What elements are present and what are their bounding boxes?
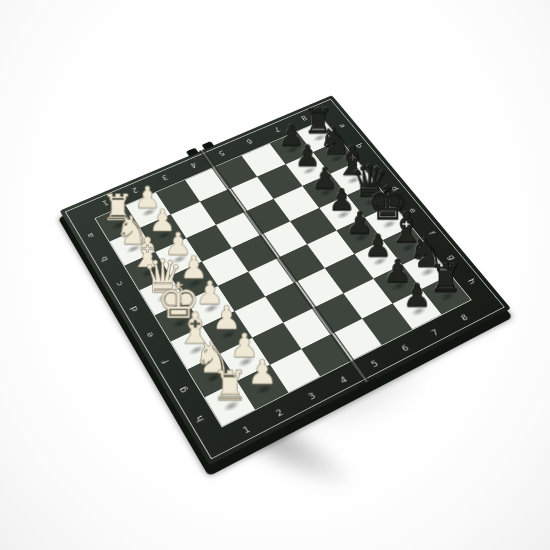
hinge-tab-icon	[202, 141, 214, 150]
white-rook-h1: ♜	[212, 366, 248, 407]
white-pawn-h2: ♟	[247, 356, 277, 390]
black-rook-h8: ♜	[429, 259, 463, 297]
product-photo-stage: 12345678 12345678 abcdefgh abcdefgh ♜♟♟♜…	[0, 0, 550, 550]
hinge-tab-icon	[186, 148, 199, 157]
square-h1: ♜	[205, 381, 256, 426]
black-pawn-h7: ♟	[402, 280, 431, 312]
scene: 12345678 12345678 abcdefgh abcdefgh ♜♟♟♜…	[0, 0, 550, 550]
chessboard: 12345678 12345678 abcdefgh abcdefgh ♜♟♟♜…	[60, 95, 511, 465]
